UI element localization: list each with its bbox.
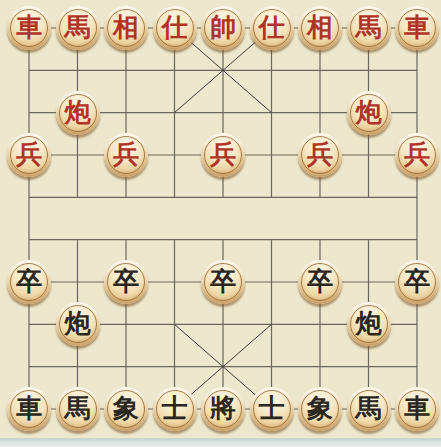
piece-glyph: 士 (162, 395, 188, 421)
piece-glyph: 兵 (210, 141, 236, 167)
piece-glyph: 士 (259, 395, 285, 421)
piece-red-cannon[interactable]: 炮 (347, 91, 391, 135)
piece-red-horse[interactable]: 馬 (56, 6, 100, 50)
piece-red-general[interactable]: 帥 (201, 6, 245, 50)
piece-black-chariot[interactable]: 車 (7, 387, 51, 431)
piece-red-soldier[interactable]: 兵 (104, 133, 148, 177)
piece-glyph: 兵 (307, 141, 333, 167)
piece-glyph: 車 (16, 14, 42, 40)
piece-black-soldier[interactable]: 卒 (7, 260, 51, 304)
board-grid-lines (0, 0, 441, 447)
piece-black-cannon[interactable]: 炮 (347, 302, 391, 346)
piece-red-advisor[interactable]: 仕 (153, 6, 197, 50)
piece-red-chariot[interactable]: 車 (395, 6, 439, 50)
piece-black-elephant[interactable]: 象 (298, 387, 342, 431)
piece-glyph: 卒 (113, 268, 139, 294)
piece-glyph: 兵 (16, 141, 42, 167)
piece-red-soldier[interactable]: 兵 (395, 133, 439, 177)
piece-glyph: 象 (307, 395, 333, 421)
piece-glyph: 象 (113, 395, 139, 421)
piece-glyph: 兵 (404, 141, 430, 167)
piece-glyph: 炮 (356, 99, 382, 125)
piece-glyph: 卒 (210, 268, 236, 294)
piece-glyph: 相 (307, 14, 333, 40)
piece-glyph: 卒 (16, 268, 42, 294)
piece-red-soldier[interactable]: 兵 (298, 133, 342, 177)
piece-black-soldier[interactable]: 卒 (104, 260, 148, 304)
piece-red-advisor[interactable]: 仕 (250, 6, 294, 50)
piece-glyph: 馬 (65, 14, 91, 40)
piece-black-soldier[interactable]: 卒 (201, 260, 245, 304)
piece-black-chariot[interactable]: 車 (395, 387, 439, 431)
piece-glyph: 帥 (210, 14, 236, 40)
piece-black-elephant[interactable]: 象 (104, 387, 148, 431)
piece-glyph: 兵 (113, 141, 139, 167)
window-edge-strip (0, 438, 441, 447)
piece-glyph: 炮 (65, 99, 91, 125)
piece-black-soldier[interactable]: 卒 (395, 260, 439, 304)
piece-glyph: 馬 (356, 14, 382, 40)
piece-black-advisor[interactable]: 士 (153, 387, 197, 431)
piece-black-cannon[interactable]: 炮 (56, 302, 100, 346)
piece-glyph: 將 (210, 395, 236, 421)
piece-glyph: 卒 (307, 268, 333, 294)
piece-red-soldier[interactable]: 兵 (201, 133, 245, 177)
piece-glyph: 相 (113, 14, 139, 40)
piece-black-horse[interactable]: 馬 (56, 387, 100, 431)
piece-red-elephant[interactable]: 相 (104, 6, 148, 50)
piece-glyph: 車 (404, 14, 430, 40)
piece-glyph: 仕 (162, 14, 188, 40)
piece-glyph: 卒 (404, 268, 430, 294)
piece-glyph: 車 (16, 395, 42, 421)
piece-red-soldier[interactable]: 兵 (7, 133, 51, 177)
piece-glyph: 仕 (259, 14, 285, 40)
piece-red-horse[interactable]: 馬 (347, 6, 391, 50)
piece-glyph: 馬 (65, 395, 91, 421)
piece-glyph: 炮 (65, 310, 91, 336)
piece-red-chariot[interactable]: 車 (7, 6, 51, 50)
piece-black-soldier[interactable]: 卒 (298, 260, 342, 304)
xiangqi-board[interactable]: 車馬相仕帥仕相馬車炮炮兵兵兵兵兵卒卒卒卒卒炮炮車馬象士將士象馬車 (0, 0, 441, 447)
piece-red-elephant[interactable]: 相 (298, 6, 342, 50)
piece-black-horse[interactable]: 馬 (347, 387, 391, 431)
piece-glyph: 車 (404, 395, 430, 421)
piece-black-general[interactable]: 將 (201, 387, 245, 431)
piece-glyph: 炮 (356, 310, 382, 336)
piece-glyph: 馬 (356, 395, 382, 421)
piece-red-cannon[interactable]: 炮 (56, 91, 100, 135)
piece-black-advisor[interactable]: 士 (250, 387, 294, 431)
